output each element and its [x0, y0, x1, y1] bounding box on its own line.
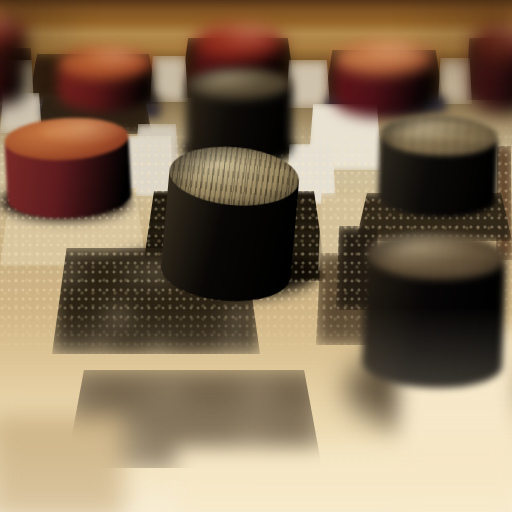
- piece-glyph-black: ⛂: [321, 345, 340, 357]
- checker-red-far-right-clipped: ⛀: [472, 24, 512, 113]
- square-r2c4: [256, 339, 307, 362]
- vignette-bottom-left: [0, 416, 124, 512]
- checker-top-red: ⛀: [58, 46, 152, 80]
- checker-black-right: ⛂: [377, 114, 498, 219]
- checker-black-center-focus: ⛂: [159, 142, 302, 307]
- square-r5c5: [311, 414, 372, 444]
- checker-red-far-4: ⛀: [334, 40, 434, 118]
- checker-top-red: ⛀: [334, 40, 434, 76]
- checker-red-far-2: ⛀: [58, 46, 152, 112]
- checkers-photo: Macro photograph of a checkers (draughts…: [0, 0, 512, 512]
- piece-glyph-black: ⛂: [327, 393, 347, 407]
- piece-glyph-black: ⛂: [272, 323, 289, 334]
- checker-black-front-right: ⛂: [361, 230, 506, 391]
- wash-bottom-center: [176, 448, 512, 512]
- focus-light-sq-left: [124, 136, 174, 196]
- bg-light-sq-2: [286, 60, 330, 108]
- square-r1c4: ⛂: [256, 318, 305, 339]
- checker-top-black: ⛂: [186, 68, 292, 100]
- checker-top-red: ⛀: [194, 24, 284, 60]
- checker-red-far-left-clipped: ⛀: [0, 14, 26, 106]
- checker-red-left: ⛀: [3, 115, 132, 221]
- bg-light-sq-1: [150, 56, 188, 102]
